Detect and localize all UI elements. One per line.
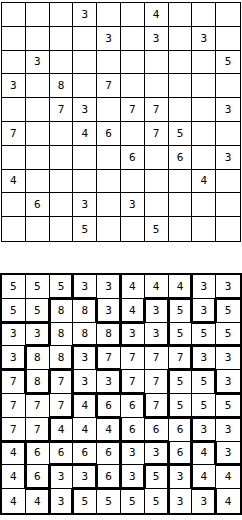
puzzle-cell	[26, 74, 50, 98]
puzzle-cell	[121, 74, 145, 98]
solution-cell: 6	[97, 465, 121, 489]
solution-cell: 7	[2, 394, 26, 418]
puzzle-cell	[169, 27, 193, 51]
puzzle-cell	[50, 193, 74, 217]
puzzle-cell	[121, 27, 145, 51]
puzzle-cell	[121, 217, 145, 241]
puzzle-cell: 3	[73, 3, 97, 27]
solution-cell: 3	[121, 442, 145, 466]
puzzle-cell: 3	[216, 146, 240, 170]
puzzle-cell: 3	[97, 27, 121, 51]
puzzle-cell	[192, 122, 216, 146]
puzzle-cell	[97, 51, 121, 75]
puzzle-cell	[26, 98, 50, 122]
puzzle-cell	[73, 170, 97, 194]
solution-cell: 5	[192, 323, 216, 347]
solution-cell: 4	[121, 299, 145, 323]
puzzle-cell	[2, 193, 26, 217]
solution-cell: 7	[97, 346, 121, 370]
puzzle-cell: 8	[50, 74, 74, 98]
solution-cell: 3	[216, 370, 240, 394]
solution-cell: 3	[2, 346, 26, 370]
puzzle-cell	[2, 3, 26, 27]
solution-cell: 3	[145, 442, 169, 466]
solution-cell: 7	[2, 370, 26, 394]
puzzle-cell	[145, 74, 169, 98]
solution-cell: 4	[73, 394, 97, 418]
puzzle-cell	[50, 51, 74, 75]
puzzle-cell	[50, 217, 74, 241]
puzzle-cell	[145, 193, 169, 217]
solution-cell: 5	[2, 299, 26, 323]
solution-cell: 3	[73, 346, 97, 370]
fillomino-puzzle-grid: 343333538773773746756634463355	[1, 2, 241, 242]
puzzle-cell	[97, 170, 121, 194]
solution-cell: 6	[145, 418, 169, 442]
solution-cell: 5	[26, 275, 50, 299]
solution-cell: 7	[121, 370, 145, 394]
solution-cell: 8	[26, 346, 50, 370]
solution-cell: 4	[192, 465, 216, 489]
solution-cell: 6	[50, 442, 74, 466]
puzzle-cell	[169, 51, 193, 75]
solution-cell: 6	[26, 465, 50, 489]
puzzle-cell	[2, 146, 26, 170]
solution-cell: 3	[192, 275, 216, 299]
puzzle-cell	[50, 27, 74, 51]
puzzle-cell	[97, 217, 121, 241]
solution-cell: 3	[121, 323, 145, 347]
puzzle-cell	[169, 170, 193, 194]
solution-cell: 6	[169, 418, 193, 442]
solution-cell: 3	[121, 465, 145, 489]
puzzle-cell: 6	[121, 146, 145, 170]
puzzle-cell: 5	[145, 217, 169, 241]
solution-cell: 6	[26, 442, 50, 466]
solution-cell: 4	[169, 275, 193, 299]
puzzle-cell: 3	[2, 74, 26, 98]
puzzle-cell	[121, 3, 145, 27]
solution-cell: 7	[145, 346, 169, 370]
puzzle-cell	[26, 217, 50, 241]
puzzle-cell	[2, 98, 26, 122]
solution-cell: 3	[2, 323, 26, 347]
puzzle-cell	[26, 122, 50, 146]
solution-cell: 4	[26, 489, 50, 513]
solution-cell: 6	[97, 442, 121, 466]
solution-cell: 5	[121, 489, 145, 513]
puzzle-cell	[216, 193, 240, 217]
puzzle-cell	[2, 51, 26, 75]
solution-cell: 7	[26, 418, 50, 442]
puzzle-cell	[73, 146, 97, 170]
puzzle-cell	[50, 170, 74, 194]
solution-cell: 5	[145, 489, 169, 513]
puzzle-cell: 6	[169, 146, 193, 170]
solution-cell: 5	[97, 489, 121, 513]
solution-cell: 5	[169, 323, 193, 347]
puzzle-cell	[26, 170, 50, 194]
solution-cell: 5	[73, 489, 97, 513]
puzzle-cell: 3	[73, 98, 97, 122]
puzzle-cell: 3	[73, 193, 97, 217]
solution-cell: 3	[73, 370, 97, 394]
solution-cell: 3	[73, 275, 97, 299]
solution-cell: 6	[121, 394, 145, 418]
puzzle-cell: 7	[2, 122, 26, 146]
puzzle-cell	[73, 74, 97, 98]
solution-cell: 7	[169, 346, 193, 370]
solution-cell: 5	[192, 370, 216, 394]
puzzle-cell	[192, 98, 216, 122]
solution-cell: 3	[97, 275, 121, 299]
puzzle-cell: 7	[145, 122, 169, 146]
puzzle-cell	[97, 3, 121, 27]
puzzle-cell: 3	[192, 27, 216, 51]
solution-cell: 3	[169, 465, 193, 489]
solution-cell: 6	[121, 418, 145, 442]
solution-cell: 7	[26, 394, 50, 418]
puzzle-cell	[2, 217, 26, 241]
solution-cell: 7	[50, 370, 74, 394]
solution-cell: 4	[50, 418, 74, 442]
solution-cell: 3	[169, 489, 193, 513]
puzzle-cell: 5	[169, 122, 193, 146]
solution-cell: 5	[216, 323, 240, 347]
puzzle-cell	[50, 3, 74, 27]
solution-cell: 3	[192, 346, 216, 370]
solution-cell: 3	[97, 370, 121, 394]
solution-cell: 7	[145, 370, 169, 394]
solution-cell: 7	[121, 346, 145, 370]
puzzle-cell	[121, 122, 145, 146]
solution-cell: 3	[145, 299, 169, 323]
puzzle-cell	[26, 146, 50, 170]
solution-cell: 5	[50, 275, 74, 299]
solution-cell: 4	[145, 275, 169, 299]
solution-cell: 4	[216, 489, 240, 513]
solution-cell: 4	[97, 418, 121, 442]
puzzle-cell	[192, 74, 216, 98]
puzzle-cell	[121, 51, 145, 75]
solution-cell: 7	[145, 394, 169, 418]
puzzle-cell	[169, 74, 193, 98]
puzzle-cell: 6	[97, 122, 121, 146]
solution-cell: 5	[216, 299, 240, 323]
solution-cell: 5	[26, 299, 50, 323]
solution-cell: 4	[2, 442, 26, 466]
puzzle-cell: 4	[2, 170, 26, 194]
solution-cell: 6	[73, 442, 97, 466]
puzzle-cell	[26, 27, 50, 51]
puzzle-cell	[169, 193, 193, 217]
puzzle-cell	[97, 98, 121, 122]
solution-cell: 4	[121, 275, 145, 299]
solution-cell: 8	[97, 323, 121, 347]
puzzle-cell	[26, 3, 50, 27]
puzzle-cell: 3	[145, 27, 169, 51]
puzzle-cell	[73, 51, 97, 75]
puzzle-cell	[97, 193, 121, 217]
puzzle-cell: 5	[73, 217, 97, 241]
puzzle-cell: 7	[145, 98, 169, 122]
solution-cell: 8	[50, 299, 74, 323]
solution-cell: 6	[169, 442, 193, 466]
puzzle-cell	[216, 170, 240, 194]
solution-cell: 3	[216, 442, 240, 466]
solution-cell: 7	[2, 418, 26, 442]
puzzle-cell: 4	[73, 122, 97, 146]
fillomino-worksheet: 343333538773773746756634463355 555334443…	[0, 0, 241, 520]
solution-cell: 3	[192, 418, 216, 442]
puzzle-cell	[216, 217, 240, 241]
puzzle-cell	[50, 146, 74, 170]
solution-cell: 4	[2, 489, 26, 513]
solution-cell: 3	[97, 299, 121, 323]
puzzle-cell	[192, 3, 216, 27]
solution-cell: 5	[145, 465, 169, 489]
solution-cell: 3	[50, 489, 74, 513]
puzzle-cell: 7	[97, 74, 121, 98]
puzzle-cell: 3	[121, 193, 145, 217]
solution-cell: 3	[192, 489, 216, 513]
puzzle-cell: 3	[216, 98, 240, 122]
solution-cell: 5	[169, 370, 193, 394]
solution-cell: 5	[216, 394, 240, 418]
solution-cell: 3	[26, 323, 50, 347]
puzzle-cell	[121, 170, 145, 194]
solution-cell: 4	[2, 465, 26, 489]
solution-cell: 8	[26, 370, 50, 394]
puzzle-cell	[192, 217, 216, 241]
puzzle-cell	[145, 51, 169, 75]
puzzle-cell	[97, 146, 121, 170]
solution-cell: 4	[192, 442, 216, 466]
puzzle-cell	[50, 122, 74, 146]
puzzle-cell	[145, 170, 169, 194]
solution-cell: 3	[145, 323, 169, 347]
puzzle-cell	[216, 3, 240, 27]
puzzle-cell	[2, 27, 26, 51]
solution-cell: 8	[73, 323, 97, 347]
solution-cell: 8	[50, 323, 74, 347]
solution-cell: 5	[192, 394, 216, 418]
solution-cell: 3	[192, 299, 216, 323]
puzzle-cell: 6	[26, 193, 50, 217]
solution-cell: 3	[73, 465, 97, 489]
puzzle-cell	[73, 27, 97, 51]
solution-cell: 5	[169, 394, 193, 418]
puzzle-cell	[169, 3, 193, 27]
solution-cell: 5	[169, 299, 193, 323]
puzzle-cell	[216, 27, 240, 51]
solution-cell: 3	[216, 346, 240, 370]
solution-cell: 3	[216, 275, 240, 299]
puzzle-cell	[216, 74, 240, 98]
puzzle-cell	[192, 51, 216, 75]
puzzle-cell: 7	[121, 98, 145, 122]
solution-cell: 7	[50, 394, 74, 418]
solution-cell: 4	[73, 418, 97, 442]
solution-cell: 6	[97, 394, 121, 418]
solution-cell: 5	[2, 275, 26, 299]
puzzle-cell: 3	[26, 51, 50, 75]
puzzle-cell	[169, 217, 193, 241]
solution-cell: 3	[216, 418, 240, 442]
solution-cell: 8	[50, 346, 74, 370]
puzzle-cell	[169, 98, 193, 122]
puzzle-cell	[216, 122, 240, 146]
solution-cell: 4	[216, 465, 240, 489]
puzzle-cell: 4	[145, 3, 169, 27]
solution-cell: 8	[73, 299, 97, 323]
puzzle-cell	[145, 146, 169, 170]
puzzle-cell: 4	[192, 170, 216, 194]
puzzle-cell: 5	[216, 51, 240, 75]
puzzle-cell	[192, 193, 216, 217]
puzzle-cell: 7	[50, 98, 74, 122]
puzzle-cell	[192, 146, 216, 170]
fillomino-solution-grid: 5553344433558834353533888335553883777733…	[0, 273, 242, 515]
solution-cell: 3	[50, 465, 74, 489]
